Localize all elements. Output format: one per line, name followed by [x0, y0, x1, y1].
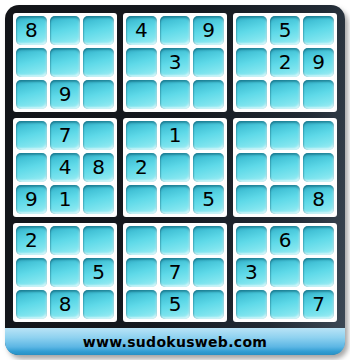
given-digit: 3: [245, 262, 258, 282]
cell-r6c3[interactable]: [83, 185, 114, 214]
cell-r9c2[interactable]: 8: [50, 290, 81, 319]
cell-r9c6[interactable]: [193, 290, 224, 319]
cell-r7c8[interactable]: 6: [270, 226, 301, 255]
cell-r2c6[interactable]: [193, 48, 224, 77]
cell-r1c6[interactable]: 9: [193, 16, 224, 45]
cell-r2c1[interactable]: [16, 48, 47, 77]
given-digit: 6: [279, 230, 292, 250]
cell-r1c4[interactable]: 4: [126, 16, 157, 45]
box-r3c2: 75: [123, 223, 227, 322]
given-digit: 8: [312, 189, 325, 209]
cell-r9c4[interactable]: [126, 290, 157, 319]
cell-r9c9[interactable]: 7: [303, 290, 334, 319]
cell-r9c3[interactable]: [83, 290, 114, 319]
sudoku-board-frame: 8949352974891125825875637 www.sudokusweb…: [5, 5, 345, 355]
cell-r3c1[interactable]: [16, 80, 47, 109]
given-digit: 4: [135, 20, 148, 40]
cell-r1c3[interactable]: [83, 16, 114, 45]
cell-r8c6[interactable]: [193, 258, 224, 287]
cell-r2c7[interactable]: [236, 48, 267, 77]
cell-r3c5[interactable]: [160, 80, 191, 109]
cell-r2c2[interactable]: [50, 48, 81, 77]
cell-r3c8[interactable]: [270, 80, 301, 109]
cell-r7c1[interactable]: 2: [16, 226, 47, 255]
box-r2c1: 74891: [13, 118, 117, 217]
cell-r2c5[interactable]: 3: [160, 48, 191, 77]
cell-r7c6[interactable]: [193, 226, 224, 255]
cell-r5c3[interactable]: 8: [83, 153, 114, 182]
cell-r9c7[interactable]: [236, 290, 267, 319]
given-digit: 1: [59, 189, 72, 209]
box-r1c2: 493: [123, 13, 227, 112]
cell-r8c7[interactable]: 3: [236, 258, 267, 287]
cell-r9c8[interactable]: [270, 290, 301, 319]
cell-r8c4[interactable]: [126, 258, 157, 287]
cell-r4c3[interactable]: [83, 121, 114, 150]
given-digit: 9: [25, 189, 38, 209]
given-digit: 8: [92, 157, 105, 177]
given-digit: 3: [169, 52, 182, 72]
cell-r5c8[interactable]: [270, 153, 301, 182]
cell-r6c1[interactable]: 9: [16, 185, 47, 214]
footer-bar: www.sudokusweb.com: [5, 328, 345, 355]
cell-r3c9[interactable]: [303, 80, 334, 109]
cell-r7c7[interactable]: [236, 226, 267, 255]
cell-r2c3[interactable]: [83, 48, 114, 77]
box-r2c2: 125: [123, 118, 227, 217]
box-r1c1: 89: [13, 13, 117, 112]
cell-r8c3[interactable]: 5: [83, 258, 114, 287]
cell-r3c7[interactable]: [236, 80, 267, 109]
cell-r3c4[interactable]: [126, 80, 157, 109]
given-digit: 1: [169, 125, 182, 145]
cell-r4c4[interactable]: [126, 121, 157, 150]
cell-r6c6[interactable]: 5: [193, 185, 224, 214]
box-r3c1: 258: [13, 223, 117, 322]
given-digit: 8: [25, 20, 38, 40]
cell-r4c1[interactable]: [16, 121, 47, 150]
cell-r4c2[interactable]: 7: [50, 121, 81, 150]
cell-r5c2[interactable]: 4: [50, 153, 81, 182]
cell-r5c7[interactable]: [236, 153, 267, 182]
cell-r6c9[interactable]: 8: [303, 185, 334, 214]
cell-r7c4[interactable]: [126, 226, 157, 255]
cell-r6c4[interactable]: [126, 185, 157, 214]
given-digit: 7: [59, 125, 72, 145]
cell-r8c1[interactable]: [16, 258, 47, 287]
given-digit: 2: [25, 230, 38, 250]
cell-r7c3[interactable]: [83, 226, 114, 255]
cell-r6c5[interactable]: [160, 185, 191, 214]
box-r1c3: 529: [233, 13, 337, 112]
cell-r7c5[interactable]: [160, 226, 191, 255]
cell-r2c4[interactable]: [126, 48, 157, 77]
cell-r2c9[interactable]: 9: [303, 48, 334, 77]
given-digit: 2: [279, 52, 292, 72]
cell-r1c1[interactable]: 8: [16, 16, 47, 45]
given-digit: 5: [279, 20, 292, 40]
cell-r8c2[interactable]: [50, 258, 81, 287]
cell-r4c5[interactable]: 1: [160, 121, 191, 150]
cell-r4c7[interactable]: [236, 121, 267, 150]
cell-r8c5[interactable]: 7: [160, 258, 191, 287]
box-r2c3: 8: [233, 118, 337, 217]
given-digit: 7: [169, 262, 182, 282]
cell-r8c8[interactable]: [270, 258, 301, 287]
cell-r3c6[interactable]: [193, 80, 224, 109]
cell-r5c9[interactable]: [303, 153, 334, 182]
cell-r5c1[interactable]: [16, 153, 47, 182]
cell-r1c2[interactable]: [50, 16, 81, 45]
given-digit: 9: [312, 52, 325, 72]
cell-r2c8[interactable]: 2: [270, 48, 301, 77]
cell-r4c6[interactable]: [193, 121, 224, 150]
cell-r9c1[interactable]: [16, 290, 47, 319]
given-digit: 5: [169, 294, 182, 314]
cell-r1c5[interactable]: [160, 16, 191, 45]
given-digit: 9: [59, 84, 72, 104]
cell-r8c9[interactable]: [303, 258, 334, 287]
box-r3c3: 637: [233, 223, 337, 322]
site-url-link[interactable]: www.sudokusweb.com: [83, 334, 267, 350]
given-digit: 5: [92, 262, 105, 282]
given-digit: 2: [135, 157, 148, 177]
given-digit: 8: [59, 294, 72, 314]
cell-r6c2[interactable]: 1: [50, 185, 81, 214]
cell-r3c2[interactable]: 9: [50, 80, 81, 109]
given-digit: 7: [312, 294, 325, 314]
sudoku-grid: 8949352974891125825875637: [13, 13, 337, 322]
given-digit: 5: [202, 189, 215, 209]
cell-r1c8[interactable]: 5: [270, 16, 301, 45]
cell-r1c7[interactable]: [236, 16, 267, 45]
cell-r9c5[interactable]: 5: [160, 290, 191, 319]
given-digit: 9: [202, 20, 215, 40]
cell-r4c8[interactable]: [270, 121, 301, 150]
cell-r7c2[interactable]: [50, 226, 81, 255]
given-digit: 4: [59, 157, 72, 177]
cell-r5c4[interactable]: 2: [126, 153, 157, 182]
cell-r6c8[interactable]: [270, 185, 301, 214]
cell-r1c9[interactable]: [303, 16, 334, 45]
cell-r5c5[interactable]: [160, 153, 191, 182]
cell-r7c9[interactable]: [303, 226, 334, 255]
cell-r3c3[interactable]: [83, 80, 114, 109]
cell-r5c6[interactable]: [193, 153, 224, 182]
cell-r4c9[interactable]: [303, 121, 334, 150]
cell-r6c7[interactable]: [236, 185, 267, 214]
